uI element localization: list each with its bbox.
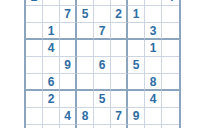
cell-r8c9[interactable] — [162, 108, 179, 125]
cell-r9c3[interactable] — [60, 125, 77, 128]
cell-r6c9[interactable] — [162, 74, 179, 91]
cell-r6c3[interactable] — [60, 74, 77, 91]
cell-r2c8[interactable] — [145, 6, 162, 23]
cell-r5c1[interactable] — [26, 57, 43, 74]
cell-r4c6[interactable] — [111, 40, 128, 57]
cell-r3c7[interactable] — [128, 23, 145, 40]
cell-r4c8[interactable]: 1 — [145, 40, 162, 57]
cell-r6c5[interactable] — [94, 74, 111, 91]
cell-r7c2[interactable]: 2 — [43, 91, 60, 108]
cell-r6c4[interactable] — [77, 74, 94, 91]
cell-r6c2[interactable]: 6 — [43, 74, 60, 91]
cell-r7c4[interactable] — [77, 91, 94, 108]
cell-r7c3[interactable] — [60, 91, 77, 108]
cell-r8c6[interactable]: 7 — [111, 108, 128, 125]
cell-r5c7[interactable]: 5 — [128, 57, 145, 74]
cell-r9c2[interactable] — [43, 125, 60, 128]
cell-r9c7[interactable] — [128, 125, 145, 128]
cell-r5c8[interactable] — [145, 57, 162, 74]
cell-r2c1[interactable] — [26, 6, 43, 23]
cell-r8c4[interactable]: 8 — [77, 108, 94, 125]
cell-r4c5[interactable] — [94, 40, 111, 57]
cell-r4c1[interactable] — [26, 40, 43, 57]
cell-r4c3[interactable] — [60, 40, 77, 57]
cell-r4c7[interactable] — [128, 40, 145, 57]
cell-r3c6[interactable] — [111, 23, 128, 40]
cell-r5c2[interactable] — [43, 57, 60, 74]
cell-r3c9[interactable] — [162, 23, 179, 40]
cell-r3c4[interactable] — [77, 23, 94, 40]
sudoku-board: 2475211734196568254487965 — [24, 0, 181, 128]
cell-r5c3[interactable]: 9 — [60, 57, 77, 74]
cell-r9c1[interactable]: 6 — [26, 125, 43, 128]
cell-r3c1[interactable] — [26, 23, 43, 40]
cell-r2c9[interactable] — [162, 6, 179, 23]
cell-r7c9[interactable] — [162, 91, 179, 108]
cell-r2c7[interactable]: 1 — [128, 6, 145, 23]
cell-r9c5[interactable] — [94, 125, 111, 128]
cell-r8c1[interactable] — [26, 108, 43, 125]
cell-r2c6[interactable]: 2 — [111, 6, 128, 23]
cell-r2c2[interactable] — [43, 6, 60, 23]
cell-r9c4[interactable] — [77, 125, 94, 128]
cell-r5c4[interactable] — [77, 57, 94, 74]
cell-r2c4[interactable]: 5 — [77, 6, 94, 23]
cell-r9c6[interactable] — [111, 125, 128, 128]
cell-r6c6[interactable] — [111, 74, 128, 91]
cell-r5c6[interactable] — [111, 57, 128, 74]
cell-r5c5[interactable]: 6 — [94, 57, 111, 74]
sudoku-screenshot: 2475211734196568254487965 — [0, 0, 205, 128]
cell-r8c2[interactable] — [43, 108, 60, 125]
cell-r4c4[interactable] — [77, 40, 94, 57]
cell-r6c8[interactable]: 8 — [145, 74, 162, 91]
cell-r7c1[interactable] — [26, 91, 43, 108]
cell-r4c9[interactable] — [162, 40, 179, 57]
cell-r3c2[interactable]: 1 — [43, 23, 60, 40]
cell-r8c7[interactable]: 9 — [128, 108, 145, 125]
cell-r7c5[interactable]: 5 — [94, 91, 111, 108]
cell-r2c5[interactable] — [94, 6, 111, 23]
cell-r9c8[interactable] — [145, 125, 162, 128]
cell-r7c6[interactable] — [111, 91, 128, 108]
cell-r9c9[interactable]: 5 — [162, 125, 179, 128]
cell-r4c2[interactable]: 4 — [43, 40, 60, 57]
cell-r7c8[interactable]: 4 — [145, 91, 162, 108]
cell-r7c7[interactable] — [128, 91, 145, 108]
cell-r8c8[interactable] — [145, 108, 162, 125]
cell-r8c3[interactable]: 4 — [60, 108, 77, 125]
cell-r2c3[interactable]: 7 — [60, 6, 77, 23]
cell-r8c5[interactable] — [94, 108, 111, 125]
cell-r3c5[interactable]: 7 — [94, 23, 111, 40]
cell-r5c9[interactable] — [162, 57, 179, 74]
cell-r6c1[interactable] — [26, 74, 43, 91]
cell-r3c8[interactable]: 3 — [145, 23, 162, 40]
cell-r3c3[interactable] — [60, 23, 77, 40]
cell-r6c7[interactable] — [128, 74, 145, 91]
